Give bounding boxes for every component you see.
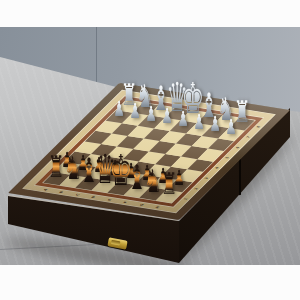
photo-area: ABCDEFGH12345678 ♜♞♝♛♚♟♝♟♞♟♜♟♟♟♟♟♟♟♟♟♟♜♟…: [0, 27, 300, 265]
letterbox-top: [0, 0, 300, 27]
chess-set-product-photo: ABCDEFGH12345678 ♜♞♝♛♚♟♝♟♞♟♜♟♟♟♟♟♟♟♟♟♟♜♟…: [0, 0, 300, 300]
box-fold-seam: [239, 159, 241, 195]
wall-corner-seam: [96, 27, 97, 82]
letterbox-bottom: [0, 265, 300, 300]
